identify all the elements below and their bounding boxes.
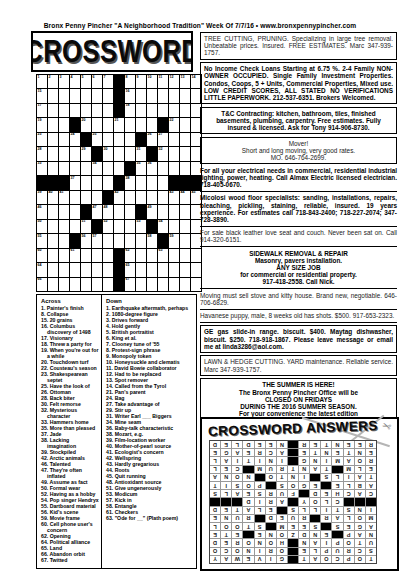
grid-cell — [48, 133, 58, 146]
clue-number: 42 — [115, 190, 119, 194]
answer-cell: L — [299, 507, 309, 514]
answer-block-cell — [344, 498, 354, 505]
grid-cell: 27 — [158, 133, 168, 146]
block-cell — [81, 205, 91, 218]
grid-cell — [125, 133, 135, 146]
grid-cell: 38 — [125, 176, 135, 189]
answer-cell: A — [344, 457, 354, 464]
answer-cell: E — [266, 507, 276, 514]
grid-cell: 3 — [59, 75, 69, 88]
clue-number: 64 — [38, 263, 42, 267]
answer-cell: A — [366, 523, 376, 530]
answer-cell: I — [255, 548, 265, 555]
answer-cell: I — [321, 457, 331, 464]
classified-ad: No Income Check Loans Starting at 6.75 %… — [200, 62, 397, 104]
answer-cell: A — [310, 556, 320, 563]
grid-cell — [103, 176, 113, 189]
answer-cell: E — [221, 466, 231, 473]
answer-cell: E — [210, 515, 220, 522]
block-cell — [147, 220, 157, 233]
answer-cell: T — [366, 556, 376, 563]
clue-number: 53 — [137, 219, 141, 223]
answer-cell: A — [232, 490, 242, 497]
clue-number: 47 — [93, 205, 97, 209]
grid-cell — [180, 278, 190, 291]
answer-cell: N — [221, 515, 231, 522]
ad-line: TREE CUTTING, PRUNING. Specializing in l… — [204, 35, 393, 57]
grid-cell: 46 — [37, 205, 47, 218]
answer-cell: N — [221, 474, 231, 481]
clue-number: 25 — [93, 132, 97, 136]
answer-cell: P — [321, 548, 331, 555]
answer-cell: M — [255, 466, 265, 473]
grid-cell — [147, 118, 157, 131]
answer-cell: E — [210, 531, 220, 538]
answer-cell: I — [232, 457, 242, 464]
classified-ad: GE gas slide-in range. biscuit. $400. Ma… — [200, 325, 397, 353]
answer-cell: C — [232, 466, 242, 473]
clue-number: 59 — [170, 234, 174, 238]
ad-line: No Income Check Loans Starting at 6.75 %… — [204, 65, 393, 101]
answer-cell: C — [332, 498, 342, 505]
grid-cell — [103, 89, 113, 102]
answer-cell: A — [221, 457, 231, 464]
ad-line: For sale black leather love seat and cou… — [200, 229, 397, 243]
grid-cell — [147, 263, 157, 276]
across-clue: 19. When you're out for a while — [41, 347, 99, 359]
answer-cell: S — [210, 490, 220, 497]
answer-cell: I — [255, 498, 265, 505]
answer-cell: U — [232, 515, 242, 522]
answer-cell: E — [232, 531, 242, 538]
grid-cell: 64 — [37, 263, 47, 276]
clue-number: 33 — [38, 161, 42, 165]
clue-number: 51 — [82, 219, 86, 223]
answer-cell: R — [366, 457, 376, 464]
block-cell — [114, 176, 124, 189]
answer-cell: E — [321, 490, 331, 497]
grid-cell — [136, 191, 146, 204]
grid-cell — [48, 278, 58, 291]
clue-number: 29 — [82, 147, 86, 151]
grid-cell — [180, 249, 190, 262]
answer-cell: D — [310, 490, 320, 497]
answer-cell: E — [299, 523, 309, 530]
answer-cell: Y — [210, 556, 220, 563]
clue-number: 28 — [38, 147, 42, 151]
grid-cell — [125, 191, 135, 204]
grid-cell — [59, 249, 69, 262]
grid-cell — [136, 118, 146, 131]
clue-number: 44 — [181, 190, 185, 194]
crossword-answers-box: ✂ CROSSWORD ANSWERS TOPCOATGIVEWAYSCRUPL… — [200, 417, 399, 571]
answer-cell: A — [232, 449, 242, 456]
answer-block-cell — [266, 523, 276, 530]
answer-cell: F — [288, 490, 298, 497]
answer-cell: E — [210, 449, 220, 456]
grid-cell: 53 — [136, 220, 146, 233]
classified-ad: For all your electrical needs in commerc… — [200, 167, 397, 192]
grid-cell — [59, 89, 69, 102]
block-cell — [48, 176, 58, 189]
grid-cell: 40 — [48, 191, 58, 204]
ad-line: Havanese puppy, male, 8 weeks old has sh… — [200, 312, 397, 319]
clue-number: 46 — [38, 205, 42, 209]
answer-cell: A — [332, 515, 342, 522]
answer-cell: G — [221, 449, 231, 456]
clue-number: 24 — [71, 132, 75, 136]
answer-cell: A — [355, 490, 365, 497]
grid-cell: 54 — [158, 220, 168, 233]
answer-cell: D — [299, 531, 309, 538]
grid-cell — [103, 133, 113, 146]
answer-cell: I — [321, 507, 331, 514]
grid-cell — [81, 89, 91, 102]
grid-cell — [92, 118, 102, 131]
grid-cell — [180, 118, 190, 131]
across-clue: 67. Twitted — [41, 557, 99, 563]
clue-number: 56 — [82, 234, 86, 238]
answer-cell: E — [310, 482, 320, 489]
answer-cell: N — [266, 531, 276, 538]
grid-cell — [169, 104, 179, 117]
grid-cell: 50 — [37, 220, 47, 233]
grid-cell — [103, 162, 113, 175]
grid-cell — [48, 205, 58, 218]
grid-cell — [70, 147, 80, 160]
clue-number: 12 — [170, 75, 174, 79]
grid-cell: 30 — [103, 147, 113, 160]
clue-number: 58 — [148, 234, 152, 238]
grid-cell: 16 — [125, 89, 135, 102]
grid-cell — [169, 220, 179, 233]
grid-cell — [147, 191, 157, 204]
answer-cell: D — [210, 507, 220, 514]
clue-number: 15 — [38, 89, 42, 93]
grid-cell: 29 — [81, 147, 91, 160]
answer-block-cell — [288, 457, 298, 464]
answer-cell: A — [277, 449, 287, 456]
ad-line: SIDEWALK REMOVAL & REPAIR — [200, 250, 397, 257]
answer-cell: N — [277, 441, 287, 448]
across-clue: 23. Shakespearean septet — [41, 371, 99, 383]
answer-block-cell — [332, 466, 342, 473]
answer-cell: E — [266, 441, 276, 448]
clues-box: Across 1. Painter's finish8. Collapse15.… — [36, 294, 197, 569]
grid-cell — [114, 234, 124, 247]
classified-ad: Mover!Short and long moving, very good r… — [200, 137, 397, 165]
answer-cell: E — [221, 507, 231, 514]
grid-cell — [59, 278, 69, 291]
grid-cell: 6 — [92, 75, 102, 88]
grid-cell — [103, 118, 113, 131]
grid-cell — [147, 176, 157, 189]
answer-cell: S — [232, 482, 242, 489]
grid-cell: 15 — [37, 89, 47, 102]
grid-cell — [59, 205, 69, 218]
answer-cell: Y — [299, 498, 309, 505]
grid-cell — [180, 133, 190, 146]
answer-cell: S — [366, 548, 376, 555]
grid-cell — [103, 104, 113, 117]
answer-cell: A — [221, 556, 231, 563]
grid-cell — [147, 249, 157, 262]
down-clues-column: Down 1. Earthquake aftermath, perhaps2. … — [101, 295, 196, 568]
grid-cell — [136, 249, 146, 262]
answer-cell: P — [344, 556, 354, 563]
answer-cell: A — [355, 474, 365, 481]
answer-cell: E — [255, 531, 265, 538]
answer-cell: N — [266, 457, 276, 464]
grid-cell — [114, 133, 124, 146]
answer-cell: C — [355, 548, 365, 555]
grid-cell: 2 — [48, 75, 58, 88]
answer-block-cell — [299, 490, 309, 497]
grid-cell — [125, 205, 135, 218]
block-cell — [114, 75, 124, 88]
grid-cell: 13 — [180, 75, 190, 88]
grid-cell — [59, 220, 69, 233]
grid-cell: 22 — [169, 118, 179, 131]
answer-cell: E — [243, 490, 253, 497]
grid-cell: 65 — [125, 263, 135, 276]
answer-cell: L — [232, 441, 242, 448]
answer-cell: N — [310, 457, 320, 464]
grid-cell — [59, 147, 69, 160]
ad-line: CLOSED ON FRIDAYS — [204, 396, 393, 403]
answer-cell: Z — [288, 531, 298, 538]
grid-cell — [70, 205, 80, 218]
clue-number: 5 — [82, 75, 84, 79]
block-cell — [114, 263, 124, 276]
grid-cell — [158, 205, 168, 218]
ad-line: 917-418-2558. Call Nick. — [200, 278, 397, 285]
answer-cell: G — [299, 457, 309, 464]
answer-block-cell — [288, 539, 298, 546]
answer-cell: E — [366, 466, 376, 473]
answer-block-cell — [277, 507, 287, 514]
classified-ad: TREE CUTTING, PRUNING. Specializing in l… — [200, 32, 397, 60]
clue-number: 49 — [148, 205, 152, 209]
grid-cell: 20 — [81, 118, 91, 131]
grid-cell: 44 — [180, 191, 190, 204]
clue-number: 62 — [126, 248, 130, 252]
answer-cell: E — [299, 449, 309, 456]
answer-block-cell — [255, 474, 265, 481]
grid-cell: 31 — [136, 147, 146, 160]
answer-cell: L — [255, 507, 265, 514]
answer-cell: T — [344, 449, 354, 456]
grid-cell — [59, 104, 69, 117]
grid-cell — [180, 205, 190, 218]
clue-number: 7 — [104, 75, 106, 79]
answer-cell: L — [355, 466, 365, 473]
answer-block-cell — [243, 466, 253, 473]
grid-cell — [59, 234, 69, 247]
grid-cell: 48 — [103, 205, 113, 218]
grid-cell: 60 — [37, 249, 47, 262]
grid-cell: 1 — [37, 75, 47, 88]
grid-cell — [59, 263, 69, 276]
answer-cell: I — [299, 474, 309, 481]
answer-cell: L — [210, 523, 220, 530]
answer-cell: I — [255, 457, 265, 464]
grid-cell — [136, 278, 146, 291]
clue-number: 21 — [115, 118, 119, 122]
grid-cell — [169, 162, 179, 175]
answer-cell: W — [232, 556, 242, 563]
grid-cell — [114, 162, 124, 175]
ad-line: For all your electrical needs in commerc… — [200, 167, 397, 189]
clue-number: 48 — [104, 205, 108, 209]
answer-cell: D — [243, 441, 253, 448]
grid-cell: 43 — [169, 191, 179, 204]
answer-cell: U — [277, 490, 287, 497]
answers-title: CROSSWORD ANSWERS — [208, 418, 378, 439]
answer-cell: T — [243, 523, 253, 530]
clue-number: 65 — [126, 263, 130, 267]
grid-cell — [48, 249, 58, 262]
answer-block-cell — [332, 531, 342, 538]
block-cell — [180, 176, 190, 189]
ad-line: for commercial or residential property. — [200, 271, 397, 278]
answer-cell: U — [288, 515, 298, 522]
grid-cell — [158, 263, 168, 276]
newspaper-page: Bronx Penny Pincher "A Neighborhood Trad… — [0, 0, 400, 573]
crossword-logo-box: CROSSWORD — [31, 31, 193, 72]
answer-cell: D — [210, 441, 220, 448]
grid-cell — [70, 278, 80, 291]
answer-cell: E — [277, 515, 287, 522]
answer-cell: T — [221, 531, 231, 538]
answer-cell: E — [255, 441, 265, 448]
ad-line: DURING THE 2016 SUMMER SEASON. — [204, 403, 393, 410]
clue-number: 37 — [71, 176, 75, 180]
grid-cell — [92, 89, 102, 102]
classified-ad: Micolosi wood floor specialists: sanding… — [200, 194, 397, 226]
answer-cell: H — [277, 539, 287, 546]
answer-cell: B — [355, 482, 365, 489]
grid-cell — [136, 104, 146, 117]
clue-number: 34 — [93, 161, 97, 165]
classified-ad: LAWN & HEDGE CUTTING. YARD maintenance. … — [200, 355, 397, 375]
answer-cell: R — [366, 441, 376, 448]
across-clue: 38. Lacking imagination — [41, 437, 99, 449]
answer-block-cell — [266, 482, 276, 489]
answer-cell: N — [243, 548, 253, 555]
ad-line: T&C Contracting: kitchen, bathroom, tile… — [204, 110, 393, 132]
grid-cell: 63 — [158, 249, 168, 262]
clue-number: 26 — [148, 132, 152, 136]
answer-cell: C — [366, 490, 376, 497]
block-cell — [70, 118, 80, 131]
clue-number: 61 — [71, 248, 75, 252]
grid-cell: 47 — [92, 205, 102, 218]
block-cell — [169, 176, 179, 189]
grid-cell — [169, 278, 179, 291]
answer-cell: L — [321, 498, 331, 505]
clue-number: 8 — [126, 75, 128, 79]
grid-cell — [136, 263, 146, 276]
grid-cell — [48, 147, 58, 160]
answer-cell: G — [355, 523, 365, 530]
answer-cell: E — [332, 482, 342, 489]
answer-block-cell — [321, 482, 331, 489]
grid-cell: 9 — [136, 75, 146, 88]
grid-cell — [70, 89, 80, 102]
down-label: Down — [106, 298, 194, 304]
grid-cell — [158, 162, 168, 175]
grid-cell — [169, 249, 179, 262]
clue-number: 2 — [49, 75, 51, 79]
answer-cell: R — [299, 441, 309, 448]
answer-cell: E — [243, 449, 253, 456]
answer-cell: E — [355, 441, 365, 448]
clue-number: 14 — [192, 75, 196, 79]
ad-line: Moving must sell stove and kitty house. … — [200, 292, 397, 306]
grid-cell — [125, 147, 135, 160]
answer-cell: O — [277, 531, 287, 538]
across-clue: 60. Cell phone user's concern — [41, 521, 99, 533]
answer-cell: R — [299, 515, 309, 522]
answer-cell: G — [277, 556, 287, 563]
clue-number: 54 — [159, 219, 163, 223]
grid-cell: 52 — [103, 220, 113, 233]
answer-cell: N — [299, 466, 309, 473]
grid-cell — [59, 162, 69, 175]
answer-cell: T — [332, 507, 342, 514]
answer-cell: D — [266, 515, 276, 522]
grid-cell — [103, 278, 113, 291]
clue-number: 60 — [38, 248, 42, 252]
scissors-icon: ✂ — [380, 418, 393, 433]
grid-cell: 36 — [147, 162, 157, 175]
answer-cell: I — [321, 539, 331, 546]
answer-cell: S — [310, 523, 320, 530]
ad-line: GE gas slide-in range. biscuit. $400. Ma… — [204, 328, 393, 350]
answer-cell: R — [277, 466, 287, 473]
answer-cell: O — [344, 539, 354, 546]
block-cell — [103, 191, 113, 204]
answer-cell: N — [255, 539, 265, 546]
grid-cell — [180, 263, 190, 276]
answer-cell: L — [310, 507, 320, 514]
grid-cell — [158, 176, 168, 189]
answer-cell: I — [344, 474, 354, 481]
answer-cell: T — [277, 474, 287, 481]
clue-number: 35 — [137, 161, 141, 165]
answer-cell: I — [266, 556, 276, 563]
ad-line: Masonry, pavers installation. — [200, 257, 397, 264]
across-label: Across — [41, 298, 99, 304]
answer-cell: C — [266, 449, 276, 456]
answer-cell: D — [210, 539, 220, 546]
grid-cell: 41 — [59, 191, 69, 204]
clue-number: 41 — [60, 190, 64, 194]
grid-cell — [48, 118, 58, 131]
answer-block-cell — [243, 531, 253, 538]
answer-cell: L — [210, 466, 220, 473]
grid-cell — [92, 249, 102, 262]
ad-line: THE SUMMER IS HERE! — [204, 381, 393, 388]
answer-cell: E — [366, 449, 376, 456]
answers-grid: TOPCOATGIVEWAYSCRUPLEORINOCOUTOPIANHONOR… — [209, 440, 377, 564]
down-clue: 63. "Ode for __" (Plath poem) — [106, 515, 194, 521]
answer-cell: O — [355, 515, 365, 522]
clue-number: 30 — [104, 147, 108, 151]
answer-block-cell — [255, 515, 265, 522]
block-cell — [158, 234, 168, 247]
